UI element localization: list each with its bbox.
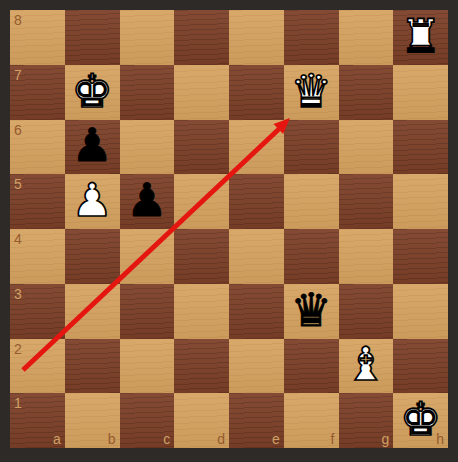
square-a2[interactable]: 2 (10, 339, 65, 394)
square-a3[interactable]: 3 (10, 284, 65, 339)
square-h4[interactable] (393, 229, 448, 284)
square-g7[interactable] (339, 65, 394, 120)
black-pawn-icon[interactable]: ♟ (72, 122, 113, 168)
square-d3[interactable] (174, 284, 229, 339)
rank-label-6: 6 (14, 123, 22, 137)
file-label-f: f (331, 432, 335, 446)
square-d1[interactable]: d (174, 393, 229, 448)
square-e2[interactable] (229, 339, 284, 394)
square-e8[interactable] (229, 10, 284, 65)
file-label-c: c (163, 432, 170, 446)
square-a7[interactable]: 7 (10, 65, 65, 120)
square-c4[interactable] (120, 229, 175, 284)
square-e3[interactable] (229, 284, 284, 339)
square-f7[interactable]: ♛ (284, 65, 339, 120)
square-h6[interactable] (393, 120, 448, 175)
square-e4[interactable] (229, 229, 284, 284)
file-label-g: g (381, 432, 389, 446)
square-c6[interactable] (120, 120, 175, 175)
square-g1[interactable]: g (339, 393, 394, 448)
square-a6[interactable]: 6 (10, 120, 65, 175)
square-b3[interactable] (65, 284, 120, 339)
rank-label-5: 5 (14, 177, 22, 191)
rank-label-7: 7 (14, 68, 22, 82)
square-b2[interactable] (65, 339, 120, 394)
rank-label-3: 3 (14, 287, 22, 301)
square-h7[interactable] (393, 65, 448, 120)
square-d8[interactable] (174, 10, 229, 65)
black-queen-icon[interactable]: ♛ (291, 287, 332, 333)
square-g4[interactable] (339, 229, 394, 284)
square-b1[interactable]: b (65, 393, 120, 448)
square-b4[interactable] (65, 229, 120, 284)
square-b5[interactable]: ♟ (65, 174, 120, 229)
square-a5[interactable]: 5 (10, 174, 65, 229)
square-f2[interactable] (284, 339, 339, 394)
square-b7[interactable]: ♚ (65, 65, 120, 120)
square-f8[interactable] (284, 10, 339, 65)
white-bishop-icon[interactable]: ♝ (345, 341, 386, 387)
square-f3[interactable]: ♛ (284, 284, 339, 339)
board-frame: 8♜7♚♛6♟5♟♟43♛2♝1abcdefgh♚ (0, 0, 458, 462)
square-c3[interactable] (120, 284, 175, 339)
file-label-a: a (53, 432, 61, 446)
black-pawn-icon[interactable]: ♟ (126, 177, 167, 223)
square-f5[interactable] (284, 174, 339, 229)
square-a8[interactable]: 8 (10, 10, 65, 65)
rank-label-1: 1 (14, 396, 22, 410)
square-e5[interactable] (229, 174, 284, 229)
square-e1[interactable]: e (229, 393, 284, 448)
white-king-icon[interactable]: ♚ (400, 396, 441, 442)
square-g6[interactable] (339, 120, 394, 175)
square-h1[interactable]: h♚ (393, 393, 448, 448)
square-d2[interactable] (174, 339, 229, 394)
white-queen-icon[interactable]: ♛ (291, 68, 332, 114)
file-label-e: e (272, 432, 280, 446)
square-b6[interactable]: ♟ (65, 120, 120, 175)
file-label-b: b (108, 432, 116, 446)
square-h2[interactable] (393, 339, 448, 394)
square-c5[interactable]: ♟ (120, 174, 175, 229)
square-g2[interactable]: ♝ (339, 339, 394, 394)
square-g8[interactable] (339, 10, 394, 65)
square-h8[interactable]: ♜ (393, 10, 448, 65)
square-b8[interactable] (65, 10, 120, 65)
square-h5[interactable] (393, 174, 448, 229)
square-d5[interactable] (174, 174, 229, 229)
square-c2[interactable] (120, 339, 175, 394)
rank-label-8: 8 (14, 13, 22, 27)
rank-label-2: 2 (14, 342, 22, 356)
white-king-icon[interactable]: ♚ (72, 68, 113, 114)
square-g3[interactable] (339, 284, 394, 339)
rank-label-4: 4 (14, 232, 22, 246)
square-f4[interactable] (284, 229, 339, 284)
square-h3[interactable] (393, 284, 448, 339)
square-f1[interactable]: f (284, 393, 339, 448)
square-g5[interactable] (339, 174, 394, 229)
square-c8[interactable] (120, 10, 175, 65)
square-e6[interactable] (229, 120, 284, 175)
square-d6[interactable] (174, 120, 229, 175)
square-e7[interactable] (229, 65, 284, 120)
chess-board: 8♜7♚♛6♟5♟♟43♛2♝1abcdefgh♚ (10, 10, 448, 448)
file-label-d: d (217, 432, 225, 446)
square-a4[interactable]: 4 (10, 229, 65, 284)
square-d7[interactable] (174, 65, 229, 120)
square-f6[interactable] (284, 120, 339, 175)
white-pawn-icon[interactable]: ♟ (72, 177, 113, 223)
square-c1[interactable]: c (120, 393, 175, 448)
square-c7[interactable] (120, 65, 175, 120)
square-a1[interactable]: 1a (10, 393, 65, 448)
white-rook-icon[interactable]: ♜ (400, 13, 441, 59)
square-d4[interactable] (174, 229, 229, 284)
